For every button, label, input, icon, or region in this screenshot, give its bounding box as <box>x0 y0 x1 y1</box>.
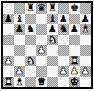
black-pawn-icon[interactable]: ♟ <box>81 14 90 24</box>
black-pawn-icon[interactable]: ♟ <box>15 24 24 34</box>
square-a8[interactable] <box>3 3 14 14</box>
square-c2[interactable] <box>25 66 36 77</box>
square-c5[interactable] <box>25 35 36 46</box>
square-e3[interactable] <box>47 56 58 67</box>
white-pawn-icon[interactable]: ♟ <box>15 66 24 76</box>
square-b3[interactable] <box>14 56 25 67</box>
square-e4[interactable] <box>47 45 58 56</box>
square-a1[interactable]: ♜ <box>3 77 14 88</box>
black-knight-icon[interactable]: ♞ <box>59 24 68 34</box>
square-b6[interactable]: ♟ <box>14 24 25 35</box>
black-rook-icon[interactable]: ♜ <box>48 3 57 13</box>
square-d7[interactable] <box>36 14 47 25</box>
square-g6[interactable]: ♟ <box>69 24 80 35</box>
white-knight-icon[interactable]: ♞ <box>48 35 57 45</box>
black-rook-icon[interactable]: ♜ <box>26 3 35 13</box>
chess-board: ♜♛♜♚♟♝♝♟♟♟♞♟♞♟♝♞♟♟♞♜♟♟♟♟♜♝♛♚ <box>3 3 91 87</box>
square-h7[interactable]: ♟ <box>80 14 91 25</box>
square-d3[interactable] <box>36 56 47 67</box>
square-a5[interactable] <box>3 35 14 46</box>
square-e6[interactable]: ♟ <box>47 24 58 35</box>
square-f1[interactable] <box>58 77 69 88</box>
square-f8[interactable] <box>58 3 69 14</box>
square-d1[interactable]: ♛ <box>36 77 47 88</box>
square-c7[interactable] <box>25 14 36 25</box>
square-b8[interactable] <box>14 3 25 14</box>
square-g3[interactable]: ♜ <box>69 56 80 67</box>
white-pawn-icon[interactable]: ♟ <box>70 66 79 76</box>
square-f7[interactable]: ♟ <box>58 14 69 25</box>
black-bishop-icon[interactable]: ♝ <box>15 14 24 24</box>
square-h3[interactable] <box>80 56 91 67</box>
black-knight-icon[interactable]: ♞ <box>26 24 35 34</box>
white-knight-icon[interactable]: ♞ <box>26 56 35 66</box>
white-bishop-icon[interactable]: ♝ <box>81 24 90 34</box>
white-pawn-icon[interactable]: ♟ <box>81 66 90 76</box>
square-d8[interactable]: ♛ <box>36 3 47 14</box>
square-a4[interactable] <box>3 45 14 56</box>
square-g1[interactable]: ♚ <box>69 77 80 88</box>
black-pawn-icon[interactable]: ♟ <box>59 14 68 24</box>
black-bishop-icon[interactable]: ♝ <box>48 14 57 24</box>
square-a3[interactable]: ♟ <box>3 56 14 67</box>
square-g8[interactable]: ♚ <box>69 3 80 14</box>
chess-board-frame: ♜♛♜♚♟♝♝♟♟♟♞♟♞♟♝♞♟♟♞♜♟♟♟♟♜♝♛♚ <box>1 1 93 89</box>
square-a7[interactable]: ♟ <box>3 14 14 25</box>
black-pawn-icon[interactable]: ♟ <box>48 24 57 34</box>
square-f6[interactable]: ♞ <box>58 24 69 35</box>
black-king-icon[interactable]: ♚ <box>70 3 79 13</box>
square-g7[interactable] <box>69 14 80 25</box>
square-e2[interactable] <box>47 66 58 77</box>
black-queen-icon[interactable]: ♛ <box>37 3 46 13</box>
square-a2[interactable] <box>3 66 14 77</box>
square-b5[interactable] <box>14 35 25 46</box>
square-h4[interactable] <box>80 45 91 56</box>
black-pawn-icon[interactable]: ♟ <box>4 14 13 24</box>
square-h1[interactable] <box>80 77 91 88</box>
white-bishop-icon[interactable]: ♝ <box>15 77 24 87</box>
white-queen-icon[interactable]: ♛ <box>37 77 46 87</box>
square-c3[interactable]: ♞ <box>25 56 36 67</box>
square-b4[interactable] <box>14 45 25 56</box>
white-pawn-icon[interactable]: ♟ <box>37 45 46 55</box>
square-c8[interactable]: ♜ <box>25 3 36 14</box>
square-g4[interactable] <box>69 45 80 56</box>
white-rook-icon[interactable]: ♜ <box>70 56 79 66</box>
black-pawn-icon[interactable]: ♟ <box>70 24 79 34</box>
square-d6[interactable] <box>36 24 47 35</box>
square-f3[interactable] <box>58 56 69 67</box>
square-d5[interactable] <box>36 35 47 46</box>
square-e8[interactable]: ♜ <box>47 3 58 14</box>
square-e5[interactable]: ♞ <box>47 35 58 46</box>
white-rook-icon[interactable]: ♜ <box>4 77 13 87</box>
square-c6[interactable]: ♞ <box>25 24 36 35</box>
square-h8[interactable] <box>80 3 91 14</box>
white-pawn-icon[interactable]: ♟ <box>59 66 68 76</box>
square-h6[interactable]: ♝ <box>80 24 91 35</box>
square-d2[interactable] <box>36 66 47 77</box>
square-c1[interactable] <box>25 77 36 88</box>
white-pawn-icon[interactable]: ♟ <box>4 56 13 66</box>
square-f2[interactable]: ♟ <box>58 66 69 77</box>
square-d4[interactable]: ♟ <box>36 45 47 56</box>
square-b1[interactable]: ♝ <box>14 77 25 88</box>
square-g2[interactable]: ♟ <box>69 66 80 77</box>
square-c4[interactable] <box>25 45 36 56</box>
square-f5[interactable] <box>58 35 69 46</box>
square-b2[interactable]: ♟ <box>14 66 25 77</box>
square-h2[interactable]: ♟ <box>80 66 91 77</box>
square-e1[interactable] <box>47 77 58 88</box>
square-b7[interactable]: ♝ <box>14 14 25 25</box>
square-f4[interactable] <box>58 45 69 56</box>
square-g5[interactable] <box>69 35 80 46</box>
white-king-icon[interactable]: ♚ <box>70 77 79 87</box>
square-a6[interactable] <box>3 24 14 35</box>
square-e7[interactable]: ♝ <box>47 14 58 25</box>
square-h5[interactable] <box>80 35 91 46</box>
